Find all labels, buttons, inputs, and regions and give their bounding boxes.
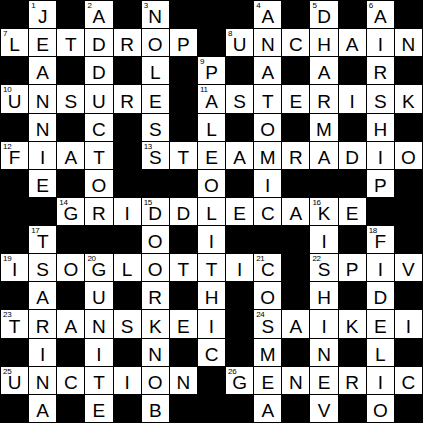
cell-letter: N (142, 1, 169, 28)
grid-cell-r8c5[interactable]: I (114, 198, 141, 225)
grid-cell-r1c14[interactable]: 6A (367, 1, 394, 28)
grid-cell-r8c7[interactable]: D (170, 198, 197, 225)
grid-cell-r14c13[interactable]: R (339, 367, 366, 394)
black-cell-r15c3 (57, 395, 84, 422)
black-cell-r9c5 (114, 226, 141, 253)
grid-cell-r13c14[interactable]: L (367, 339, 394, 366)
grid-cell-r1c12[interactable]: 5D (310, 1, 337, 28)
grid-cell-r4c8[interactable]: 11A (198, 85, 225, 112)
grid-cell-r3c4[interactable]: D (85, 57, 112, 84)
grid-cell-r2c9[interactable]: 8U (226, 29, 253, 56)
grid-cell-r14c2[interactable]: N (29, 367, 56, 394)
black-cell-r8c1 (1, 198, 28, 225)
black-cell-r3c9 (226, 57, 253, 84)
cell-letter: L (198, 198, 225, 225)
cell-letter: H (198, 282, 225, 309)
cell-letter: H (367, 114, 394, 141)
cell-letter: U (85, 282, 112, 309)
grid-cell-r12c6[interactable]: K (142, 310, 169, 337)
cell-letter: E (85, 395, 112, 422)
black-cell-r7c3 (57, 170, 84, 197)
grid-cell-r14c6[interactable]: O (142, 367, 169, 394)
cell-letter: L (114, 254, 141, 281)
grid-cell-r10c4[interactable]: 20G (85, 254, 112, 281)
grid-cell-r6c2[interactable]: I (29, 142, 56, 169)
grid-cell-r6c7[interactable]: T (170, 142, 197, 169)
black-cell-r5c5 (114, 114, 141, 141)
grid-cell-r10c10[interactable]: 21C (254, 254, 281, 281)
cell-letter: I (310, 310, 337, 337)
black-cell-r9c4 (85, 226, 112, 253)
cell-letter: A (254, 1, 281, 28)
black-cell-r3c11 (282, 57, 309, 84)
black-cell-r1c15 (395, 1, 422, 28)
grid-cell-r3c14[interactable]: R (367, 57, 394, 84)
grid-cell-r10c5[interactable]: L (114, 254, 141, 281)
grid-cell-r3c6[interactable]: L (142, 57, 169, 84)
grid-cell-r7c10[interactable]: I (254, 170, 281, 197)
grid-cell-r4c15[interactable]: K (395, 85, 422, 112)
black-cell-r9c13 (339, 226, 366, 253)
grid-cell-r6c1[interactable]: 12F (1, 142, 28, 169)
cell-letter: D (85, 29, 112, 56)
grid-cell-r12c1[interactable]: 23T (1, 310, 28, 337)
grid-cell-r6c9[interactable]: A (226, 142, 253, 169)
cell-letter: E (282, 85, 309, 112)
black-cell-r7c13 (339, 170, 366, 197)
black-cell-r14c8 (198, 367, 225, 394)
grid-cell-r10c8[interactable]: T (198, 254, 225, 281)
black-cell-r3c3 (57, 57, 84, 84)
cell-letter: H (310, 282, 337, 309)
grid-cell-r14c9[interactable]: 26G (226, 367, 253, 394)
grid-cell-r4c13[interactable]: I (339, 85, 366, 112)
grid-cell-r12c5[interactable]: S (114, 310, 141, 337)
cell-letter: E (367, 310, 394, 337)
cell-letter: A (367, 1, 394, 28)
grid-cell-r2c13[interactable]: A (339, 29, 366, 56)
grid-cell-r4c14[interactable]: S (367, 85, 394, 112)
grid-cell-r6c6[interactable]: 13S (142, 142, 169, 169)
grid-cell-r8c11[interactable]: A (282, 198, 309, 225)
grid-cell-r10c9[interactable]: I (226, 254, 253, 281)
grid-cell-r15c10[interactable]: A (254, 395, 281, 422)
grid-cell-r5c4[interactable]: C (85, 114, 112, 141)
cell-letter: T (198, 254, 225, 281)
cell-letter: I (310, 226, 337, 253)
grid-cell-r12c7[interactable]: E (170, 310, 197, 337)
black-cell-r13c3 (57, 339, 84, 366)
grid-cell-r6c12[interactable]: A (310, 142, 337, 169)
cell-letter: V (395, 254, 422, 281)
black-cell-r1c9 (226, 1, 253, 28)
black-cell-r11c13 (339, 282, 366, 309)
grid-cell-r2c3[interactable]: T (57, 29, 84, 56)
black-cell-r11c7 (170, 282, 197, 309)
grid-cell-r2c1[interactable]: 7L (1, 29, 28, 56)
grid-cell-r4c11[interactable]: E (282, 85, 309, 112)
cell-letter: N (142, 339, 169, 366)
grid-cell-r12c14[interactable]: E (367, 310, 394, 337)
cell-letter: N (29, 114, 56, 141)
grid-cell-r7c14[interactable]: P (367, 170, 394, 197)
black-cell-r3c13 (339, 57, 366, 84)
cell-letter: L (1, 29, 28, 56)
grid-cell-r12c13[interactable]: K (339, 310, 366, 337)
black-cell-r1c3 (57, 1, 84, 28)
grid-cell-r13c4[interactable]: I (85, 339, 112, 366)
cell-letter: T (57, 29, 84, 56)
grid-cell-r3c2[interactable]: A (29, 57, 56, 84)
grid-cell-r10c12[interactable]: 22S (310, 254, 337, 281)
grid-cell-r4c4[interactable]: U (85, 85, 112, 112)
cell-letter: U (1, 367, 28, 394)
cell-letter: S (226, 85, 253, 112)
grid-cell-r3c12[interactable]: A (310, 57, 337, 84)
black-cell-r13c9 (226, 339, 253, 366)
black-cell-r11c5 (114, 282, 141, 309)
cell-letter: T (1, 310, 28, 337)
cell-letter: O (142, 367, 169, 394)
grid-cell-r5c2[interactable]: N (29, 114, 56, 141)
cell-letter: R (114, 29, 141, 56)
grid-cell-r12c4[interactable]: N (85, 310, 112, 337)
black-cell-r15c15 (395, 395, 422, 422)
grid-cell-r2c15[interactable]: N (395, 29, 422, 56)
grid-cell-r13c12[interactable]: N (310, 339, 337, 366)
grid-cell-r11c2[interactable]: A (29, 282, 56, 309)
cell-letter: I (395, 310, 422, 337)
grid-cell-r4c12[interactable]: R (310, 85, 337, 112)
cell-letter: N (282, 367, 309, 394)
black-cell-r3c15 (395, 57, 422, 84)
grid-cell-r14c14[interactable]: I (367, 367, 394, 394)
cell-letter: H (310, 29, 337, 56)
grid-cell-r5c8[interactable]: L (198, 114, 225, 141)
cell-letter: A (29, 395, 56, 422)
grid-cell-r1c10[interactable]: 4A (254, 1, 281, 28)
cell-letter: E (29, 29, 56, 56)
grid-cell-r10c2[interactable]: S (29, 254, 56, 281)
cell-letter: R (114, 85, 141, 112)
cell-letter: I (198, 226, 225, 253)
grid-cell-r4c1[interactable]: 10U (1, 85, 28, 112)
black-cell-r6c5 (114, 142, 141, 169)
cell-letter: O (395, 142, 422, 169)
cell-letter: C (254, 198, 281, 225)
grid-cell-r10c1[interactable]: 19I (1, 254, 28, 281)
cell-letter: I (114, 367, 141, 394)
black-cell-r5c11 (282, 114, 309, 141)
cell-letter: I (226, 254, 253, 281)
grid-cell-r2c7[interactable]: P (170, 29, 197, 56)
cell-letter: R (310, 85, 337, 112)
cell-letter: I (367, 142, 394, 169)
cell-letter: R (282, 142, 309, 169)
black-cell-r13c13 (339, 339, 366, 366)
grid-cell-r14c10[interactable]: E (254, 367, 281, 394)
grid-cell-r11c6[interactable]: R (142, 282, 169, 309)
grid-cell-r2c12[interactable]: H (310, 29, 337, 56)
cell-letter: E (142, 85, 169, 112)
grid-cell-r12c8[interactable]: I (198, 310, 225, 337)
grid-cell-r9c12[interactable]: I (310, 226, 337, 253)
cell-letter: U (226, 29, 253, 56)
cell-letter: G (85, 254, 112, 281)
cell-letter: A (254, 57, 281, 84)
grid-cell-r14c3[interactable]: C (57, 367, 84, 394)
black-cell-r13c5 (114, 339, 141, 366)
grid-cell-r12c2[interactable]: R (29, 310, 56, 337)
grid-cell-r6c10[interactable]: M (254, 142, 281, 169)
black-cell-r9c7 (170, 226, 197, 253)
grid-cell-r14c1[interactable]: 25U (1, 367, 28, 394)
black-cell-r7c7 (170, 170, 197, 197)
grid-cell-r8c13[interactable]: E (339, 198, 366, 225)
grid-cell-r7c2[interactable]: E (29, 170, 56, 197)
grid-cell-r5c10[interactable]: O (254, 114, 281, 141)
black-cell-r3c7 (170, 57, 197, 84)
cell-letter: E (198, 142, 225, 169)
grid-cell-r8c4[interactable]: R (85, 198, 112, 225)
grid-cell-r1c2[interactable]: 1J (29, 1, 56, 28)
black-cell-r8c2 (29, 198, 56, 225)
grid-cell-r4c6[interactable]: E (142, 85, 169, 112)
grid-cell-r9c14[interactable]: 18F (367, 226, 394, 253)
grid-cell-r9c2[interactable]: 17T (29, 226, 56, 253)
cell-letter: O (57, 254, 84, 281)
cell-letter: T (29, 226, 56, 253)
cell-letter: E (339, 198, 366, 225)
grid-cell-r6c8[interactable]: E (198, 142, 225, 169)
grid-cell-r2c14[interactable]: I (367, 29, 394, 56)
grid-cell-r8c10[interactable]: C (254, 198, 281, 225)
cell-letter: S (114, 310, 141, 337)
black-cell-r11c3 (57, 282, 84, 309)
grid-cell-r11c12[interactable]: H (310, 282, 337, 309)
grid-cell-r2c10[interactable]: N (254, 29, 281, 56)
cell-letter: I (367, 254, 394, 281)
grid-cell-r15c2[interactable]: A (29, 395, 56, 422)
black-cell-r7c12 (310, 170, 337, 197)
grid-cell-r10c13[interactable]: P (339, 254, 366, 281)
grid-cell-r8c3[interactable]: 14G (57, 198, 84, 225)
grid-cell-r4c10[interactable]: T (254, 85, 281, 112)
grid-cell-r10c6[interactable]: O (142, 254, 169, 281)
black-cell-r1c1 (1, 1, 28, 28)
grid-cell-r1c4[interactable]: 2A (85, 1, 112, 28)
grid-cell-r2c11[interactable]: C (282, 29, 309, 56)
grid-cell-r2c2[interactable]: E (29, 29, 56, 56)
black-cell-r7c15 (395, 170, 422, 197)
cell-letter: N (170, 367, 197, 394)
cell-letter: S (142, 114, 169, 141)
cell-letter: M (310, 114, 337, 141)
cell-letter: O (142, 226, 169, 253)
grid-cell-r4c5[interactable]: R (114, 85, 141, 112)
grid-cell-r8c6[interactable]: 15D (142, 198, 169, 225)
grid-cell-r15c14[interactable]: O (367, 395, 394, 422)
black-cell-r15c8 (198, 395, 225, 422)
grid-cell-r13c6[interactable]: N (142, 339, 169, 366)
cell-letter: B (142, 395, 169, 422)
black-cell-r8c15 (395, 198, 422, 225)
cell-letter: E (226, 198, 253, 225)
grid-cell-r12c15[interactable]: I (395, 310, 422, 337)
cell-letter: A (57, 310, 84, 337)
grid-cell-r4c3[interactable]: S (57, 85, 84, 112)
grid-cell-r9c8[interactable]: I (198, 226, 225, 253)
black-cell-r7c5 (114, 170, 141, 197)
cell-letter: O (254, 114, 281, 141)
grid-cell-r15c12[interactable]: V (310, 395, 337, 422)
cell-letter: I (85, 339, 112, 366)
grid-cell-r13c8[interactable]: C (198, 339, 225, 366)
cell-letter: S (310, 254, 337, 281)
black-cell-r9c3 (57, 226, 84, 253)
cell-letter: N (254, 29, 281, 56)
cell-letter: T (170, 254, 197, 281)
grid-cell-r12c3[interactable]: A (57, 310, 84, 337)
cell-letter: M (254, 142, 281, 169)
grid-cell-r8c8[interactable]: L (198, 198, 225, 225)
grid-cell-r3c10[interactable]: A (254, 57, 281, 84)
cell-letter: N (29, 85, 56, 112)
grid-cell-r12c10[interactable]: 24S (254, 310, 281, 337)
cell-letter: P (367, 170, 394, 197)
grid-cell-r2c4[interactable]: D (85, 29, 112, 56)
grid-cell-r6c11[interactable]: R (282, 142, 309, 169)
grid-cell-r4c2[interactable]: N (29, 85, 56, 112)
grid-cell-r6c4[interactable]: T (85, 142, 112, 169)
grid-cell-r10c15[interactable]: V (395, 254, 422, 281)
grid-cell-r11c10[interactable]: O (254, 282, 281, 309)
grid-cell-r14c11[interactable]: N (282, 367, 309, 394)
cell-letter: A (57, 142, 84, 169)
black-cell-r10c11 (282, 254, 309, 281)
cell-letter: R (367, 57, 394, 84)
cell-letter: A (339, 29, 366, 56)
grid-cell-r10c7[interactable]: T (170, 254, 197, 281)
black-cell-r7c9 (226, 170, 253, 197)
cell-letter: R (29, 310, 56, 337)
grid-cell-r8c9[interactable]: E (226, 198, 253, 225)
cell-letter: A (310, 142, 337, 169)
black-cell-r13c1 (1, 339, 28, 366)
cell-letter: O (142, 254, 169, 281)
grid-cell-r6c14[interactable]: I (367, 142, 394, 169)
cell-letter: D (85, 57, 112, 84)
grid-cell-r14c15[interactable]: C (395, 367, 422, 394)
grid-cell-r14c12[interactable]: E (310, 367, 337, 394)
cell-letter: K (142, 310, 169, 337)
cell-letter: R (85, 198, 112, 225)
cell-letter: C (198, 339, 225, 366)
cell-letter: N (29, 367, 56, 394)
cell-letter: C (282, 29, 309, 56)
grid-cell-r11c8[interactable]: H (198, 282, 225, 309)
grid-cell-r7c4[interactable]: O (85, 170, 112, 197)
grid-cell-r12c11[interactable]: A (282, 310, 309, 337)
cell-letter: I (339, 85, 366, 112)
grid-cell-r13c10[interactable]: M (254, 339, 281, 366)
grid-cell-r12c12[interactable]: I (310, 310, 337, 337)
cell-letter: O (367, 395, 394, 422)
black-cell-r5c13 (339, 114, 366, 141)
black-cell-r4c7 (170, 85, 197, 112)
black-cell-r15c9 (226, 395, 253, 422)
grid-cell-r9c6[interactable]: O (142, 226, 169, 253)
cell-letter: K (339, 310, 366, 337)
black-cell-r15c5 (114, 395, 141, 422)
black-cell-r11c15 (395, 282, 422, 309)
cell-letter: R (142, 282, 169, 309)
grid-cell-r15c4[interactable]: E (85, 395, 112, 422)
black-cell-r9c11 (282, 226, 309, 253)
black-cell-r13c7 (170, 339, 197, 366)
grid-cell-r6c13[interactable]: D (339, 142, 366, 169)
grid-cell-r4c9[interactable]: S (226, 85, 253, 112)
black-cell-r3c5 (114, 57, 141, 84)
grid-cell-r6c15[interactable]: O (395, 142, 422, 169)
cell-letter: K (395, 85, 422, 112)
cell-letter: I (367, 29, 394, 56)
cell-letter: N (395, 29, 422, 56)
grid-cell-r2c5[interactable]: R (114, 29, 141, 56)
grid-cell-r14c5[interactable]: I (114, 367, 141, 394)
grid-cell-r10c14[interactable]: I (367, 254, 394, 281)
cell-letter: G (57, 198, 84, 225)
grid-cell-r11c4[interactable]: U (85, 282, 112, 309)
grid-cell-r13c2[interactable]: I (29, 339, 56, 366)
grid-cell-r6c3[interactable]: A (57, 142, 84, 169)
cell-letter: I (29, 339, 56, 366)
grid-cell-r5c12[interactable]: M (310, 114, 337, 141)
grid-cell-r11c14[interactable]: D (367, 282, 394, 309)
grid-cell-r8c12[interactable]: 16K (310, 198, 337, 225)
grid-cell-r14c7[interactable]: N (170, 367, 197, 394)
cell-letter: P (339, 254, 366, 281)
cell-letter: E (170, 310, 197, 337)
grid-cell-r14c4[interactable]: T (85, 367, 112, 394)
cell-letter: E (29, 170, 56, 197)
grid-cell-r7c8[interactable]: O (198, 170, 225, 197)
grid-cell-r5c6[interactable]: S (142, 114, 169, 141)
grid-cell-r3c8[interactable]: 9P (198, 57, 225, 84)
cell-letter: D (170, 198, 197, 225)
black-cell-r9c15 (395, 226, 422, 253)
cell-letter: O (85, 170, 112, 197)
grid-cell-r1c6[interactable]: 3N (142, 1, 169, 28)
grid-cell-r2c6[interactable]: O (142, 29, 169, 56)
crossword-grid: 1J2A3N4A5D6A7LETDROP8UNCHAINADL9PAAR10UN… (0, 0, 423, 423)
black-cell-r1c8 (198, 1, 225, 28)
black-cell-r5c15 (395, 114, 422, 141)
black-cell-r7c6 (142, 170, 169, 197)
cell-letter: U (1, 85, 28, 112)
black-cell-r3c1 (1, 57, 28, 84)
cell-letter: L (367, 339, 394, 366)
grid-cell-r5c14[interactable]: H (367, 114, 394, 141)
cell-letter: S (254, 310, 281, 337)
grid-cell-r15c6[interactable]: B (142, 395, 169, 422)
cell-letter: A (282, 310, 309, 337)
cell-letter: S (367, 85, 394, 112)
cell-letter: A (29, 282, 56, 309)
grid-cell-r10c3[interactable]: O (57, 254, 84, 281)
cell-letter: E (310, 367, 337, 394)
cell-letter: P (198, 57, 225, 84)
